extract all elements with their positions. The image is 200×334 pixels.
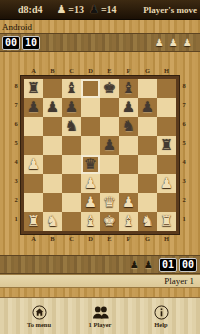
- square-h4[interactable]: [157, 155, 176, 174]
- black-piece-count: =14: [101, 4, 117, 15]
- square-h8[interactable]: [157, 79, 176, 98]
- white-queen: ♛: [100, 193, 119, 212]
- file-label-f: F: [119, 67, 138, 75]
- captured-black-pawn-icon: ♟: [130, 260, 139, 270]
- square-d3[interactable]: ♟: [81, 174, 100, 193]
- rank-label-6: 6: [179, 114, 189, 133]
- square-b3[interactable]: [43, 174, 62, 193]
- black-rook: ♜: [157, 136, 176, 155]
- captured-black-pawn-icon: ♟: [144, 260, 153, 270]
- player-clock-seconds: 00: [179, 258, 197, 272]
- square-h2[interactable]: [157, 193, 176, 212]
- square-c8[interactable]: ♝: [62, 79, 81, 98]
- file-label-e: E: [100, 235, 119, 243]
- captured-white-pieces-tray: ♟♟♟: [155, 38, 192, 48]
- file-labels-bottom: ABCDEFGH: [11, 235, 189, 243]
- square-a7[interactable]: ♟: [24, 98, 43, 117]
- rank-label-3: 3: [11, 171, 21, 190]
- captured-white-pawn-icon: ♟: [155, 38, 164, 48]
- rank-label-5: 5: [11, 133, 21, 152]
- square-f5[interactable]: [119, 136, 138, 155]
- square-a3[interactable]: [24, 174, 43, 193]
- square-g2[interactable]: [138, 193, 157, 212]
- file-label-d: D: [81, 235, 100, 243]
- square-b4[interactable]: [43, 155, 62, 174]
- square-g1[interactable]: ♞: [138, 212, 157, 231]
- square-f8[interactable]: ♝: [119, 79, 138, 98]
- square-b6[interactable]: [43, 117, 62, 136]
- opponent-clock-seconds: 10: [22, 36, 40, 50]
- square-e5[interactable]: ♟: [100, 136, 119, 155]
- white-piece-count: =13: [68, 4, 84, 15]
- player-strip: ♟♟ 01 00: [0, 255, 200, 274]
- black-rook: ♜: [24, 79, 43, 98]
- black-king: ♚: [100, 79, 119, 98]
- players-icon: [91, 305, 110, 320]
- opponent-strip: 00 10 ♟♟♟: [0, 33, 200, 52]
- square-a1[interactable]: ♜: [24, 212, 43, 231]
- rank-label-4: 4: [179, 152, 189, 171]
- file-label-d: D: [81, 67, 100, 75]
- rank-label-2: 2: [11, 190, 21, 209]
- white-rook: ♜: [24, 212, 43, 231]
- rank-label-8: 8: [11, 76, 21, 95]
- rank-label-3: 3: [179, 171, 189, 190]
- help-button[interactable]: Help: [136, 305, 186, 328]
- board-area: ABCDEFGH 87654321 ♜♝♚♝♟♟♟♟♟♞♞♟♜♟♛♟♟♟♛♟♜♞…: [11, 67, 189, 243]
- square-e8[interactable]: ♚: [100, 79, 119, 98]
- file-label-b: B: [43, 235, 62, 243]
- square-e4[interactable]: [100, 155, 119, 174]
- turn-indicator: Player's move: [143, 5, 197, 15]
- square-g5[interactable]: [138, 136, 157, 155]
- square-f6[interactable]: ♞: [119, 117, 138, 136]
- black-pawn: ♟: [43, 98, 62, 117]
- square-h6[interactable]: [157, 117, 176, 136]
- player-clock: 01 00: [159, 258, 197, 272]
- bottom-toolbar: To menu 1 Player Help: [0, 297, 200, 334]
- square-f3[interactable]: [119, 174, 138, 193]
- square-h5[interactable]: ♜: [157, 136, 176, 155]
- square-h3[interactable]: ♟: [157, 174, 176, 193]
- chess-board: ♜♝♚♝♟♟♟♟♟♞♞♟♜♟♛♟♟♟♛♟♜♞♝♚♝♞♜: [24, 79, 176, 231]
- square-d2[interactable]: ♟: [81, 193, 100, 212]
- player-mode-label: 1 Player: [89, 321, 112, 328]
- player-name-row: Player 1: [0, 274, 200, 288]
- player-clock-minutes: 01: [159, 258, 177, 272]
- file-label-g: G: [138, 67, 157, 75]
- player-mode-button[interactable]: 1 Player: [75, 305, 125, 328]
- square-b1[interactable]: ♞: [43, 212, 62, 231]
- rank-label-7: 7: [179, 95, 189, 114]
- square-h1[interactable]: ♜: [157, 212, 176, 231]
- file-label-c: C: [62, 67, 81, 75]
- white-king: ♚: [100, 212, 119, 231]
- rank-label-5: 5: [179, 133, 189, 152]
- square-f4[interactable]: [119, 155, 138, 174]
- rank-label-6: 6: [11, 114, 21, 133]
- square-d8[interactable]: [81, 79, 100, 98]
- square-c3[interactable]: [62, 174, 81, 193]
- square-e1[interactable]: ♚: [100, 212, 119, 231]
- white-pawn: ♟: [81, 174, 100, 193]
- rank-labels-right: 87654321: [179, 76, 189, 234]
- square-d4[interactable]: ♛: [81, 155, 100, 174]
- file-label-c: C: [62, 235, 81, 243]
- square-g4[interactable]: [138, 155, 157, 174]
- square-b7[interactable]: ♟: [43, 98, 62, 117]
- last-move-text: d8:d4: [18, 4, 42, 15]
- black-piece-icon: ♟: [89, 4, 99, 15]
- black-pawn: ♟: [24, 98, 43, 117]
- white-pawn: ♟: [24, 155, 43, 174]
- status-bar: d8:d4 ♟ =13 ♟ =14 Player's move: [0, 0, 200, 20]
- file-label-h: H: [157, 235, 176, 243]
- square-a6[interactable]: [24, 117, 43, 136]
- square-g7[interactable]: ♟: [138, 98, 157, 117]
- to-menu-label: To menu: [27, 321, 51, 328]
- square-c2[interactable]: [62, 193, 81, 212]
- file-label-a: A: [24, 67, 43, 75]
- black-pawn: ♟: [100, 136, 119, 155]
- file-label-f: F: [119, 235, 138, 243]
- file-label-a: A: [24, 235, 43, 243]
- square-c5[interactable]: [62, 136, 81, 155]
- captured-black-pieces-tray: ♟♟: [130, 260, 153, 270]
- square-a8[interactable]: ♜: [24, 79, 43, 98]
- captured-white-pawn-icon: ♟: [169, 38, 178, 48]
- square-a5[interactable]: [24, 136, 43, 155]
- square-e2[interactable]: ♛: [100, 193, 119, 212]
- player-name: Player 1: [164, 276, 194, 286]
- opponent-name-row: Android: [0, 20, 200, 33]
- chess-app-screen: d8:d4 ♟ =13 ♟ =14 Player's move Android …: [0, 0, 200, 334]
- square-e3[interactable]: [100, 174, 119, 193]
- square-c4[interactable]: [62, 155, 81, 174]
- file-labels-top: ABCDEFGH: [11, 67, 189, 75]
- white-bishop: ♝: [81, 212, 100, 231]
- black-pawn: ♟: [119, 98, 138, 117]
- help-label: Help: [154, 321, 167, 328]
- white-rook: ♜: [157, 212, 176, 231]
- white-piece-icon: ♟: [56, 4, 66, 15]
- black-knight: ♞: [119, 117, 138, 136]
- square-b5[interactable]: [43, 136, 62, 155]
- rank-label-7: 7: [11, 95, 21, 114]
- rank-label-8: 8: [179, 76, 189, 95]
- file-label-g: G: [138, 235, 157, 243]
- square-e7[interactable]: [100, 98, 119, 117]
- white-pawn: ♟: [157, 174, 176, 193]
- square-c6[interactable]: ♞: [62, 117, 81, 136]
- square-d1[interactable]: ♝: [81, 212, 100, 231]
- square-e6[interactable]: [100, 117, 119, 136]
- rank-label-1: 1: [11, 209, 21, 228]
- file-label-h: H: [157, 67, 176, 75]
- white-pawn: ♟: [81, 193, 100, 212]
- info-icon: [154, 305, 169, 320]
- square-f1[interactable]: ♝: [119, 212, 138, 231]
- home-icon: [32, 305, 47, 320]
- rank-label-4: 4: [11, 152, 21, 171]
- black-pawn: ♟: [62, 98, 81, 117]
- square-g3[interactable]: [138, 174, 157, 193]
- square-d7[interactable]: [81, 98, 100, 117]
- square-a4[interactable]: ♟: [24, 155, 43, 174]
- captured-white-pawn-icon: ♟: [183, 38, 192, 48]
- square-g8[interactable]: [138, 79, 157, 98]
- black-knight: ♞: [62, 117, 81, 136]
- black-queen: ♛: [81, 155, 100, 174]
- square-c1[interactable]: [62, 212, 81, 231]
- rank-label-2: 2: [179, 190, 189, 209]
- opponent-name: Android: [2, 22, 32, 32]
- square-f2[interactable]: ♟: [119, 193, 138, 212]
- black-bishop: ♝: [62, 79, 81, 98]
- square-a2[interactable]: [24, 193, 43, 212]
- black-bishop: ♝: [119, 79, 138, 98]
- square-h7[interactable]: [157, 98, 176, 117]
- piece-counts: ♟ =13 ♟ =14: [56, 4, 119, 15]
- rank-labels-left: 87654321: [11, 76, 21, 234]
- rank-label-1: 1: [179, 209, 189, 228]
- white-bishop: ♝: [119, 212, 138, 231]
- white-knight: ♞: [43, 212, 62, 231]
- black-pawn: ♟: [138, 98, 157, 117]
- square-d6[interactable]: [81, 117, 100, 136]
- file-label-e: E: [100, 67, 119, 75]
- to-menu-button[interactable]: To menu: [14, 305, 64, 328]
- square-g6[interactable]: [138, 117, 157, 136]
- board-frame: ♜♝♚♝♟♟♟♟♟♞♞♟♜♟♛♟♟♟♛♟♜♞♝♚♝♞♜: [21, 76, 179, 234]
- file-label-b: B: [43, 67, 62, 75]
- square-f7[interactable]: ♟: [119, 98, 138, 117]
- white-pawn: ♟: [119, 193, 138, 212]
- square-b8[interactable]: [43, 79, 62, 98]
- square-b2[interactable]: [43, 193, 62, 212]
- square-c7[interactable]: ♟: [62, 98, 81, 117]
- opponent-clock: 00 10: [2, 36, 40, 50]
- opponent-clock-minutes: 00: [2, 36, 20, 50]
- white-knight: ♞: [138, 212, 157, 231]
- square-d5[interactable]: [81, 136, 100, 155]
